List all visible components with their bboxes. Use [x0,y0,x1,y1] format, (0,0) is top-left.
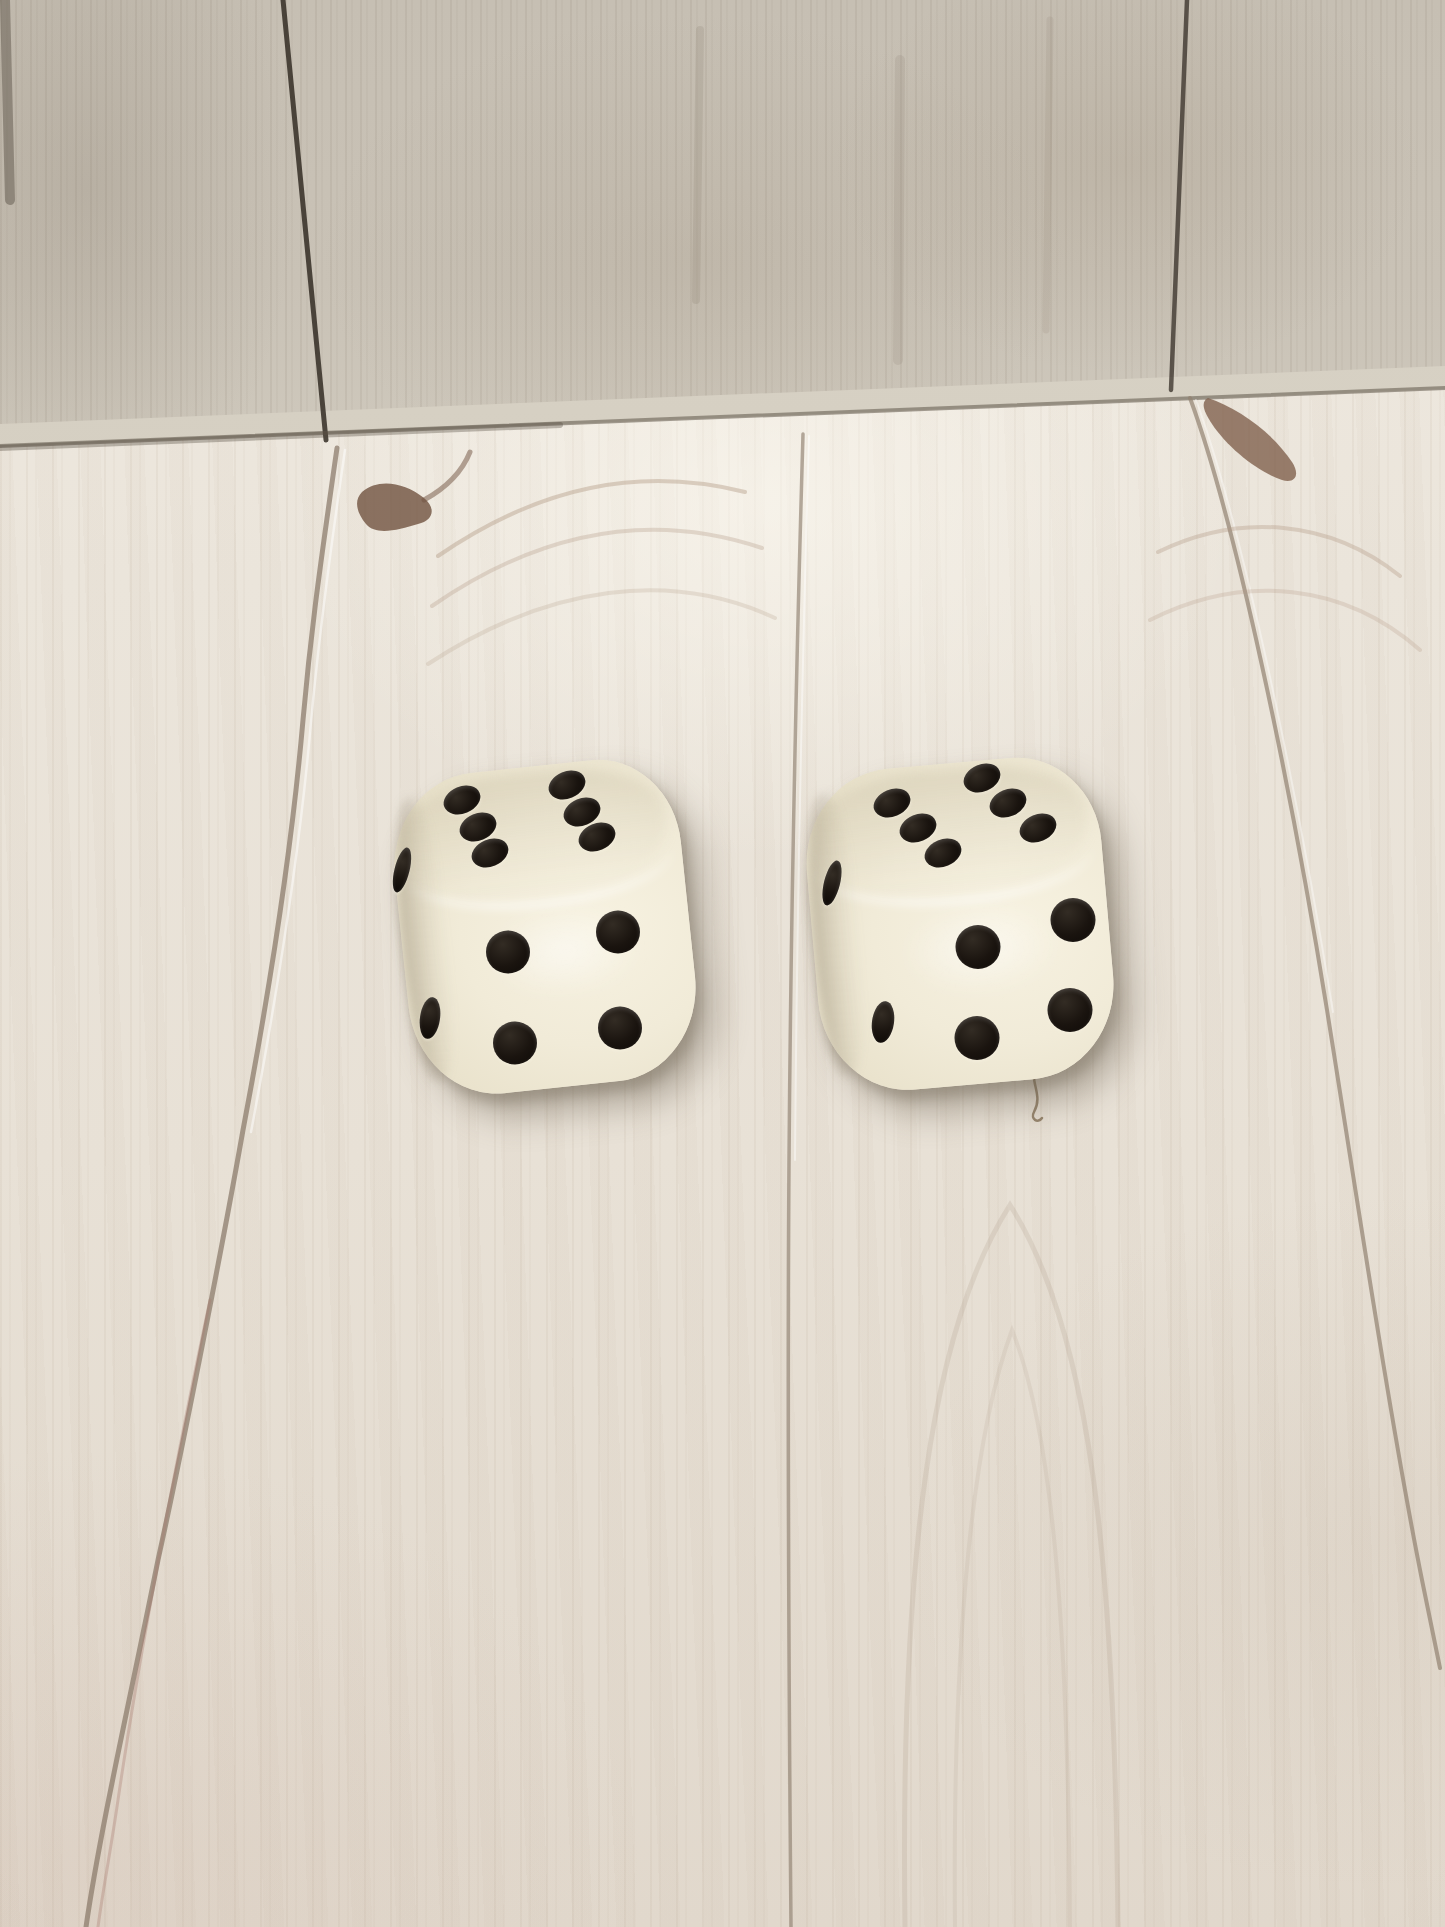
left-die-pip-front [598,1007,642,1050]
right-die-pip-front [1048,988,1093,1032]
left-die-pip-front [486,931,530,974]
photo-scene [0,0,1445,1927]
right-die-pip-front [955,1016,1000,1060]
left-die-body [385,752,705,1102]
left-die-pip-front [596,911,640,954]
right-die [806,755,1114,1095]
left-die [395,758,695,1098]
left-die-pip-front [493,1022,537,1065]
right-die-pip-front [956,925,1001,969]
right-die-pip-front [1051,898,1096,942]
